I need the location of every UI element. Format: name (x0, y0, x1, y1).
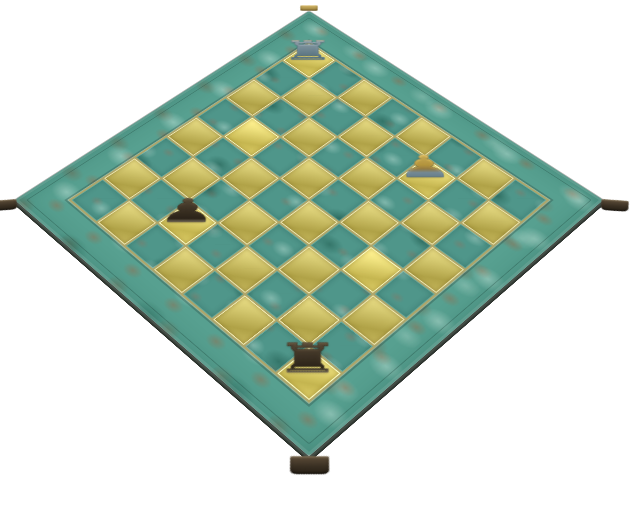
square-h7: ♟ (462, 201, 520, 244)
square-e6 (340, 158, 396, 199)
playing-field: ♜♞♝♛♚♝♞♜♟♟♟♟♟♟♟♟♟♟♟♟♟♟♟♟♜♞♝♛♚♝♞♜ (69, 42, 550, 403)
scene: ♜♞♝♛♚♝♞♜♟♟♟♟♟♟♟♟♟♟♟♟♟♟♟♟♜♞♝♛♚♝♞♜ (0, 0, 631, 516)
square-h1: ♜ (277, 347, 341, 400)
bronze-foot-icon (601, 199, 629, 212)
square-g5 (372, 224, 431, 269)
brass-bracket-icon (300, 5, 317, 10)
square-h5 (404, 247, 464, 293)
bronze-foot-icon (0, 199, 17, 211)
product-photo-stage: ♜♞♝♛♚♝♞♜♟♟♟♟♟♟♟♟♟♟♟♟♟♟♟♟♜♞♝♛♚♝♞♜ (0, 0, 631, 516)
chess-board: ♜♞♝♛♚♝♞♜♟♟♟♟♟♟♟♟♟♟♟♟♟♟♟♟♜♞♝♛♚♝♞♜ (15, 11, 603, 456)
